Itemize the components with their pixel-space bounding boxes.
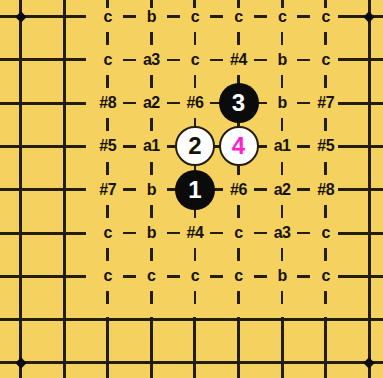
stone-black-3[interactable]: 3	[219, 83, 259, 123]
stone-number: 3	[232, 91, 245, 115]
stone-number: 4	[232, 134, 245, 158]
stone-white-4[interactable]: 4	[219, 126, 259, 166]
stone-number: 1	[188, 178, 201, 202]
stone-black-1[interactable]: 1	[175, 170, 215, 210]
go-board: cbccccca3c#4bc#8a2#6b#7#5a1a1#5#7b#6a2#8…	[0, 0, 383, 378]
stone-white-2[interactable]: 2	[175, 126, 215, 166]
stone-number: 2	[188, 134, 201, 158]
stone-layer: 1234	[0, 0, 383, 378]
